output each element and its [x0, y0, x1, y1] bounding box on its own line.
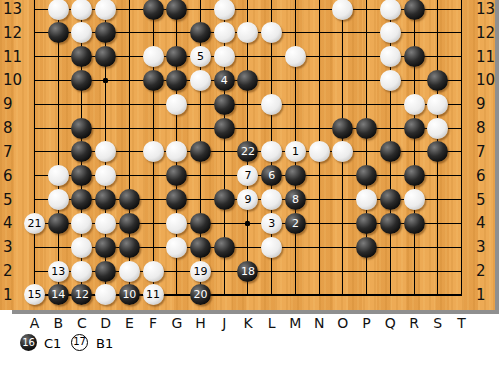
white-stone-G3[interactable]	[166, 237, 187, 258]
black-stone-P8[interactable]	[356, 118, 377, 139]
black-stone-J10[interactable]: 4	[214, 70, 235, 91]
white-stone-B13[interactable]	[48, 0, 69, 20]
col-label-H: H	[190, 315, 212, 331]
row-label-left-8: 8	[3, 120, 13, 136]
row-label-right-3: 3	[476, 239, 496, 255]
col-label-S: S	[427, 315, 449, 331]
white-stone-H2[interactable]: 19	[190, 261, 211, 282]
row-label-left-6: 6	[3, 168, 13, 184]
row-label-left-4: 4	[3, 215, 13, 231]
white-stone-J13[interactable]	[214, 0, 235, 20]
black-stone-R6[interactable]	[404, 165, 425, 186]
grid-line-col-B	[58, 0, 59, 296]
row-label-left-9: 9	[3, 96, 13, 112]
row-label-right-4: 4	[476, 215, 496, 231]
black-stone-R13[interactable]	[404, 0, 425, 20]
white-stone-R5[interactable]	[404, 189, 425, 210]
row-label-right-11: 11	[476, 49, 496, 65]
row-label-right-10: 10	[476, 72, 496, 88]
row-label-left-12: 12	[3, 25, 22, 41]
go-diagram: 1313121211111010998877665544332211ABCDEF…	[0, 0, 500, 369]
white-stone-D4[interactable]	[95, 213, 116, 234]
black-stone-P4[interactable]	[356, 213, 377, 234]
black-stone-R8[interactable]	[404, 118, 425, 139]
caption-coord-17: B1	[96, 336, 113, 351]
black-stone-C8[interactable]	[71, 118, 92, 139]
black-stone-R4[interactable]	[404, 213, 425, 234]
white-stone-Q10[interactable]	[380, 70, 401, 91]
white-stone-N7[interactable]	[309, 141, 330, 162]
row-label-right-12: 12	[476, 25, 496, 41]
black-stone-E5[interactable]	[119, 189, 140, 210]
col-label-O: O	[332, 315, 354, 331]
grid-line-col-A	[34, 0, 35, 296]
col-label-E: E	[118, 315, 140, 331]
white-stone-E2[interactable]	[119, 261, 140, 282]
col-label-D: D	[95, 315, 117, 331]
white-stone-D13[interactable]	[95, 0, 116, 20]
caption-stone-16: 16	[20, 334, 37, 351]
black-stone-H3[interactable]	[190, 237, 211, 258]
row-label-left-1: 1	[3, 287, 13, 303]
white-stone-J11[interactable]	[214, 46, 235, 67]
black-stone-K2[interactable]: 18	[237, 261, 258, 282]
black-stone-J9[interactable]	[214, 94, 235, 115]
row-label-left-13: 13	[3, 1, 22, 17]
white-stone-Q12[interactable]	[380, 22, 401, 43]
black-stone-B4[interactable]	[48, 213, 69, 234]
row-label-left-2: 2	[3, 263, 13, 279]
row-label-right-1: 1	[476, 287, 496, 303]
star-point-K4	[245, 221, 250, 226]
grid-line-row-8	[34, 128, 462, 129]
white-stone-B5[interactable]	[48, 189, 69, 210]
black-stone-D2[interactable]	[95, 261, 116, 282]
row-label-right-6: 6	[476, 168, 496, 184]
black-stone-B12[interactable]	[48, 22, 69, 43]
white-stone-F2[interactable]	[143, 261, 164, 282]
col-label-B: B	[47, 315, 69, 331]
row-label-right-2: 2	[476, 263, 496, 279]
white-stone-S8[interactable]	[427, 118, 448, 139]
black-stone-O8[interactable]	[332, 118, 353, 139]
white-stone-L3[interactable]	[261, 237, 282, 258]
black-stone-M5[interactable]: 8	[285, 189, 306, 210]
grid-line-col-T	[461, 0, 462, 296]
black-stone-F10[interactable]	[143, 70, 164, 91]
white-stone-J12[interactable]	[214, 22, 235, 43]
white-stone-R9[interactable]	[404, 94, 425, 115]
col-label-F: F	[142, 315, 164, 331]
caption-coord-16: C1	[44, 336, 61, 351]
white-stone-Q13[interactable]	[380, 0, 401, 20]
col-label-P: P	[356, 315, 378, 331]
star-point-D10	[103, 78, 108, 83]
white-stone-F11[interactable]	[143, 46, 164, 67]
black-stone-Q4[interactable]	[380, 213, 401, 234]
col-label-J: J	[213, 315, 235, 331]
white-stone-A4[interactable]: 21	[24, 213, 45, 234]
white-stone-S9[interactable]	[427, 94, 448, 115]
row-label-left-3: 3	[3, 239, 13, 255]
col-label-M: M	[284, 315, 306, 331]
row-label-right-13: 13	[476, 1, 496, 17]
black-stone-M4[interactable]: 2	[285, 213, 306, 234]
col-label-L: L	[261, 315, 283, 331]
col-label-Q: Q	[379, 315, 401, 331]
white-stone-F1[interactable]: 11	[143, 284, 164, 305]
row-label-right-7: 7	[476, 144, 496, 160]
row-label-left-11: 11	[3, 49, 22, 65]
caption-stone-17: 17	[71, 334, 88, 351]
row-label-right-9: 9	[476, 96, 496, 112]
col-label-K: K	[237, 315, 259, 331]
col-label-T: T	[450, 315, 472, 331]
black-stone-J8[interactable]	[214, 118, 235, 139]
black-stone-Q5[interactable]	[380, 189, 401, 210]
black-stone-J3[interactable]	[214, 237, 235, 258]
black-stone-G13[interactable]	[166, 0, 187, 20]
black-stone-H4[interactable]	[190, 213, 211, 234]
white-stone-Q11[interactable]	[380, 46, 401, 67]
white-stone-H10[interactable]	[190, 70, 211, 91]
row-label-left-5: 5	[3, 192, 13, 208]
white-stone-L9[interactable]	[261, 94, 282, 115]
white-stone-G9[interactable]	[166, 94, 187, 115]
black-stone-J5[interactable]	[214, 189, 235, 210]
grid-line-col-R	[414, 0, 415, 296]
row-label-right-8: 8	[476, 120, 496, 136]
row-label-left-7: 7	[3, 144, 13, 160]
black-stone-E3[interactable]	[119, 237, 140, 258]
row-label-right-5: 5	[476, 192, 496, 208]
white-stone-B2[interactable]: 13	[48, 261, 69, 282]
col-label-A: A	[24, 315, 46, 331]
col-label-C: C	[71, 315, 93, 331]
white-stone-F7[interactable]	[143, 141, 164, 162]
col-label-R: R	[403, 315, 425, 331]
white-stone-B6[interactable]	[48, 165, 69, 186]
col-label-N: N	[308, 315, 330, 331]
black-stone-E4[interactable]	[119, 213, 140, 234]
white-stone-O13[interactable]	[332, 0, 353, 20]
row-label-left-10: 10	[3, 72, 22, 88]
board-shadow-bottom	[12, 310, 499, 314]
black-stone-P3[interactable]	[356, 237, 377, 258]
black-stone-F13[interactable]	[143, 0, 164, 20]
white-stone-L4[interactable]: 3	[261, 213, 282, 234]
black-stone-D3[interactable]	[95, 237, 116, 258]
white-stone-M11[interactable]	[285, 46, 306, 67]
black-stone-R11[interactable]	[404, 46, 425, 67]
grid-line-row-9	[34, 104, 462, 105]
white-stone-C2[interactable]	[71, 261, 92, 282]
col-label-G: G	[166, 315, 188, 331]
